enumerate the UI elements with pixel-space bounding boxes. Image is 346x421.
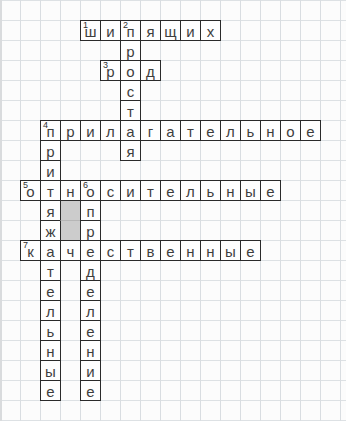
cell-letter: н [61, 181, 80, 200]
cell-letter: н [261, 121, 280, 140]
cell-letter: е [161, 241, 180, 260]
cell-letter: е [81, 241, 100, 260]
cell-letter: с [101, 181, 120, 200]
cell-letter: е [41, 281, 60, 300]
letter-cell-r15c1[interactable]: ь [40, 320, 61, 341]
letter-cell-r5c10[interactable]: л [220, 120, 241, 141]
letter-cell-r5c12[interactable]: н [260, 120, 281, 141]
letter-cell-r18c1[interactable]: е [40, 380, 61, 401]
letter-cell-r5c2[interactable]: р [60, 120, 81, 141]
cell-letter: р [121, 41, 140, 60]
letter-cell-r9c3[interactable]: п [80, 200, 101, 221]
cell-letter: и [81, 121, 100, 140]
letter-cell-r14c1[interactable]: л [40, 300, 61, 321]
letter-cell-r6c5[interactable]: я [120, 140, 141, 161]
letter-cell-r5c7[interactable]: а [160, 120, 181, 141]
clue-number-2: 2 [121, 21, 133, 30]
letter-cell-r12c3[interactable]: д [80, 260, 101, 281]
cell-letter: о [121, 61, 140, 80]
cell-letter: ь [41, 321, 60, 340]
cell-letter: а [161, 121, 180, 140]
letter-cell-r5c3[interactable]: и [80, 120, 101, 141]
crossword-board: шипящихрродстприлагательноеряиотноситель… [0, 0, 346, 421]
letter-cell-r7c1[interactable]: и [40, 160, 61, 181]
clue-number-3: 3 [101, 61, 113, 70]
cell-letter: н [81, 341, 100, 360]
cell-letter: щ [161, 21, 180, 40]
clue-number-1: 1 [81, 21, 93, 30]
cell-letter: л [81, 301, 100, 320]
cell-letter: т [41, 181, 60, 200]
letter-cell-r5c13[interactable]: о [280, 120, 301, 141]
cell-letter: о [281, 121, 300, 140]
cell-letter: е [81, 321, 100, 340]
letter-cell-r2c6[interactable]: д [140, 60, 161, 81]
cell-letter: н [41, 341, 60, 360]
letter-cell-r11c2[interactable]: ч [60, 240, 81, 261]
letter-cell-r13c1[interactable]: е [40, 280, 61, 301]
letter-cell-r8c9[interactable]: ь [200, 180, 221, 201]
letter-cell-r5c8[interactable]: т [180, 120, 201, 141]
cell-letter: я [121, 141, 140, 160]
cell-letter: т [141, 181, 160, 200]
letter-cell-r15c3[interactable]: е [80, 320, 101, 341]
cell-letter: л [181, 181, 200, 200]
cell-letter: ч [61, 241, 80, 260]
cell-letter: я [141, 21, 160, 40]
cell-letter: т [181, 121, 200, 140]
letter-cell-r17c3[interactable]: и [80, 360, 101, 381]
letter-cell-r5c11[interactable]: ь [240, 120, 261, 141]
letter-cell-r8c11[interactable]: ы [240, 180, 261, 201]
cell-letter: а [121, 121, 140, 140]
letter-cell-r17c1[interactable]: ы [40, 360, 61, 381]
letter-cell-r2c5[interactable]: о [120, 60, 141, 81]
letter-cell-r14c3[interactable]: л [80, 300, 101, 321]
letter-cell-r4c5[interactable]: т [120, 100, 141, 121]
letter-cell-r13c3[interactable]: е [80, 280, 101, 301]
clue-number-4: 4 [41, 121, 53, 130]
letter-cell-r5c14[interactable]: е [300, 120, 321, 141]
cell-letter: е [241, 241, 260, 260]
cell-letter: е [261, 181, 280, 200]
letter-cell-r8c10[interactable]: н [220, 180, 241, 201]
clue-number-6: 6 [81, 181, 93, 190]
letter-cell-r10c3[interactable]: р [80, 220, 101, 241]
letter-cell-r16c3[interactable]: н [80, 340, 101, 361]
letter-cell-r18c3[interactable]: е [80, 380, 101, 401]
blocked-cell-r9c2 [60, 200, 81, 221]
letter-cell-r11c11[interactable]: е [240, 240, 261, 261]
letter-cell-r10c1[interactable]: ж [40, 220, 61, 241]
cell-letter: и [101, 21, 120, 40]
letter-cell-r5c5[interactable]: а [120, 120, 141, 141]
cell-letter: л [101, 121, 120, 140]
letter-cell-r11c5[interactable]: т [120, 240, 141, 261]
cell-letter: ь [241, 121, 260, 140]
letter-cell-r5c6[interactable]: г [140, 120, 161, 141]
letter-cell-r11c4[interactable]: с [100, 240, 121, 261]
cell-letter: п [81, 201, 100, 220]
letter-cell-r8c7[interactable]: е [160, 180, 181, 201]
cell-letter: н [201, 241, 220, 260]
letter-cell-r12c1[interactable]: т [40, 260, 61, 281]
cell-letter: е [41, 381, 60, 400]
cell-letter: ж [41, 221, 60, 240]
cell-letter: х [201, 21, 220, 40]
cell-letter: е [201, 121, 220, 140]
letter-cell-r8c6[interactable]: т [140, 180, 161, 201]
letter-cell-r16c1[interactable]: н [40, 340, 61, 361]
cell-letter: е [81, 381, 100, 400]
blocked-cell-r10c2 [60, 220, 81, 241]
letter-cell-r11c6[interactable]: в [140, 240, 161, 261]
letter-cell-r8c2[interactable]: н [60, 180, 81, 201]
cell-letter: е [161, 181, 180, 200]
cell-letter: д [141, 61, 160, 80]
letter-cell-r0c7[interactable]: щ [160, 20, 181, 41]
cell-letter: с [121, 81, 140, 100]
cell-letter: е [301, 121, 320, 140]
letter-cell-r8c8[interactable]: л [180, 180, 201, 201]
letter-cell-r8c12[interactable]: е [260, 180, 281, 201]
cell-letter: и [81, 361, 100, 380]
cell-letter: л [41, 301, 60, 320]
letter-cell-r8c5[interactable]: и [120, 180, 141, 201]
cell-letter: ь [201, 181, 220, 200]
letter-cell-r11c3[interactable]: е [80, 240, 101, 261]
cell-letter: е [81, 281, 100, 300]
clue-number-7: 7 [21, 241, 33, 250]
cell-letter: ы [241, 181, 260, 200]
cell-letter: а [41, 241, 60, 260]
letter-cell-r11c10[interactable]: ы [220, 240, 241, 261]
cell-letter: я [41, 201, 60, 220]
letter-cell-r0c9[interactable]: х [200, 20, 221, 41]
letter-cell-r0c4[interactable]: и [100, 20, 121, 41]
letter-cell-r8c1[interactable]: т [40, 180, 61, 201]
letter-cell-r11c8[interactable]: н [180, 240, 201, 261]
cell-letter: ы [41, 361, 60, 380]
letter-cell-r0c6[interactable]: я [140, 20, 161, 41]
cell-letter: р [41, 141, 60, 160]
clue-number-5: 5 [21, 181, 33, 190]
cell-letter: и [41, 161, 60, 180]
graph-paper-page: шипящихрродстприлагательноеряиотноситель… [0, 0, 346, 421]
cell-letter: с [101, 241, 120, 260]
cell-letter: н [221, 181, 240, 200]
cell-letter: н [181, 241, 200, 260]
cell-letter: и [121, 181, 140, 200]
cell-letter: т [121, 101, 140, 120]
cell-letter: р [61, 121, 80, 140]
cell-letter: р [81, 221, 100, 240]
letter-cell-r11c9[interactable]: н [200, 240, 221, 261]
letter-cell-r5c9[interactable]: е [200, 120, 221, 141]
letter-cell-r11c1[interactable]: а [40, 240, 61, 261]
letter-cell-r11c7[interactable]: е [160, 240, 181, 261]
cell-letter: и [181, 21, 200, 40]
cell-letter: т [121, 241, 140, 260]
cell-letter: т [41, 261, 60, 280]
letter-cell-r9c1[interactable]: я [40, 200, 61, 221]
letter-cell-r5c4[interactable]: л [100, 120, 121, 141]
letter-cell-r3c5[interactable]: с [120, 80, 141, 101]
letter-cell-r0c8[interactable]: и [180, 20, 201, 41]
letter-cell-r6c1[interactable]: р [40, 140, 61, 161]
cell-letter: л [221, 121, 240, 140]
letter-cell-r1c5[interactable]: р [120, 40, 141, 61]
cell-letter: в [141, 241, 160, 260]
cell-letter: д [81, 261, 100, 280]
letter-cell-r8c4[interactable]: с [100, 180, 121, 201]
cell-letter: ы [221, 241, 240, 260]
cell-letter: г [141, 121, 160, 140]
